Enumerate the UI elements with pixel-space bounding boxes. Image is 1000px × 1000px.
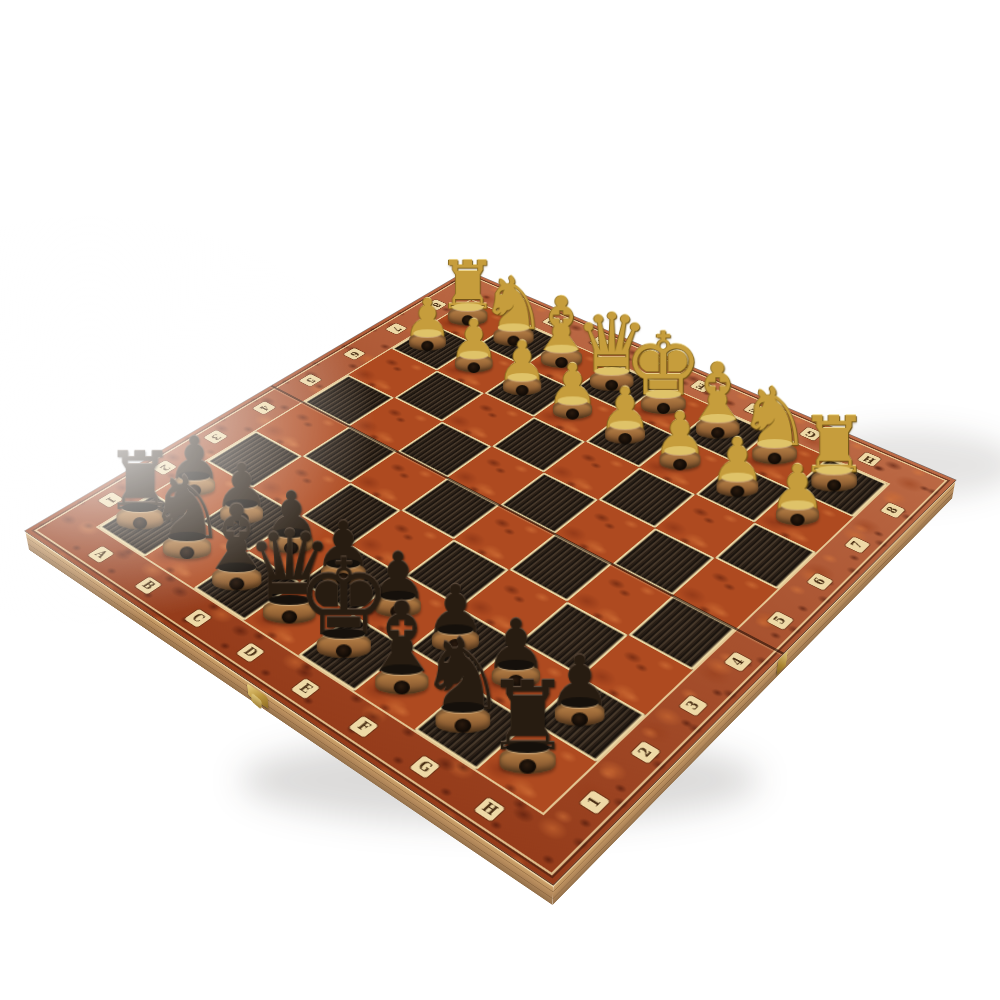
- piece-base-drum: [499, 747, 555, 774]
- photo-background: AA11BB22CC33DD44EE55FF66GG77HH88 ♜♞♝♛♚♝♞…: [0, 0, 1000, 1000]
- piece-base-drum: [776, 505, 819, 525]
- chess-board: AA11BB22CC33DD44EE55FF66GG77HH88 ♜♞♝♛♚♝♞…: [25, 271, 955, 885]
